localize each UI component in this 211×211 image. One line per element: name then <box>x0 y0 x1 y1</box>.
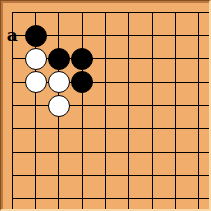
stone-black <box>71 48 93 70</box>
grid-line-vertical <box>12 12 13 209</box>
stone-white <box>48 95 70 117</box>
stone-white <box>25 48 47 70</box>
stone-white <box>25 71 47 93</box>
grid-line-vertical <box>105 12 106 209</box>
grid-line-vertical <box>128 12 129 209</box>
stone-black <box>48 48 70 70</box>
grid-line-horizontal <box>12 152 209 153</box>
stone-white <box>48 71 70 93</box>
grid-line-vertical <box>82 12 83 209</box>
go-board-frame: a <box>1 1 209 209</box>
grid-line-vertical <box>175 12 176 209</box>
grid-line-horizontal <box>12 128 209 129</box>
stone-black <box>71 71 93 93</box>
grid-line-vertical <box>152 12 153 209</box>
grid-line-horizontal <box>12 105 209 106</box>
grid-line-horizontal <box>12 198 209 199</box>
go-board-grid: a <box>3 3 209 209</box>
stone-black <box>25 25 47 47</box>
grid-line-horizontal <box>12 12 209 13</box>
go-board-diagram: a <box>0 0 211 211</box>
grid-line-horizontal <box>12 175 209 176</box>
grid-line-vertical <box>198 12 199 209</box>
